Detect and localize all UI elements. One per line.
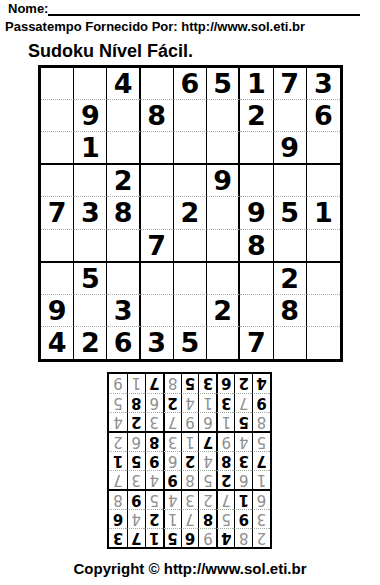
solution-cell-r3c7: 5 xyxy=(145,489,163,509)
puzzle-cell-r4c7 xyxy=(240,165,273,197)
solution-cell-r5c2: 3 xyxy=(234,451,252,470)
puzzle-cell-r1c6: 5 xyxy=(207,68,240,100)
puzzle-cell-r2c2: 9 xyxy=(74,100,107,132)
puzzle-cell-r9c9 xyxy=(307,327,340,359)
solution-cell-r9c1: 4 xyxy=(252,374,270,393)
solution-cell-r1c6: 5 xyxy=(163,528,181,547)
solution-cell-r6c1: 5 xyxy=(252,431,270,451)
puzzle-grid: 46517398261929738295178529328426357 xyxy=(38,65,343,362)
puzzle-cell-r3c2: 1 xyxy=(74,132,107,165)
name-write-line xyxy=(48,1,360,16)
puzzle-cell-r2c4: 8 xyxy=(141,100,174,132)
puzzle-cell-r2c3 xyxy=(107,100,140,132)
solution-cell-r1c4: 9 xyxy=(198,528,216,547)
page-title: Sudoku Nível Fácil. xyxy=(28,41,193,62)
puzzle-cell-r8c2 xyxy=(74,295,107,327)
solution-cell-r4c3: 2 xyxy=(216,470,234,489)
puzzle-cell-r5c3: 8 xyxy=(107,197,140,229)
puzzle-cell-r5c2: 3 xyxy=(74,197,107,229)
solution-cell-r1c2: 8 xyxy=(234,528,252,547)
puzzle-cell-r4c9 xyxy=(307,165,340,197)
solution-cell-r3c2: 1 xyxy=(234,489,252,509)
puzzle-cell-r4c2 xyxy=(74,165,107,197)
solution-cell-r8c8: 8 xyxy=(127,393,145,412)
solution-cell-r8c3: 3 xyxy=(216,393,234,412)
puzzle-cell-r1c8: 7 xyxy=(274,68,307,100)
solution-cell-r1c8: 7 xyxy=(127,528,145,547)
solution-cell-r5c6: 6 xyxy=(163,451,181,470)
copyright-footer: Copyright © http://www.sol.eti.br xyxy=(0,560,380,577)
solution-cell-r3c3: 7 xyxy=(216,489,234,509)
puzzle-cell-r5c1: 7 xyxy=(41,197,74,229)
puzzle-cell-r8c4 xyxy=(141,295,174,327)
solution-cell-r9c8: 1 xyxy=(127,374,145,393)
puzzle-cell-r7c6 xyxy=(207,263,240,295)
puzzle-cell-r9c7: 7 xyxy=(240,327,273,359)
solution-cell-r6c9: 2 xyxy=(109,431,127,451)
puzzle-cell-r3c1 xyxy=(41,132,74,165)
solution-cell-r7c8: 2 xyxy=(127,412,145,431)
solution-cell-r6c8: 6 xyxy=(127,431,145,451)
solution-cell-r9c7: 7 xyxy=(145,374,163,393)
puzzle-cell-r8c6: 2 xyxy=(207,295,240,327)
puzzle-cell-r1c9: 3 xyxy=(307,68,340,100)
solution-cell-r8c4: 1 xyxy=(198,393,216,412)
puzzle-cell-r3c7 xyxy=(240,132,273,165)
puzzle-cell-r9c4: 3 xyxy=(141,327,174,359)
solution-cell-r9c6: 8 xyxy=(163,374,181,393)
solution-cell-r2c1: 3 xyxy=(252,509,270,528)
puzzle-cell-r4c1 xyxy=(41,165,74,197)
solution-cell-r4c4: 5 xyxy=(198,470,216,489)
puzzle-cell-r3c6 xyxy=(207,132,240,165)
solution-cell-r3c9: 8 xyxy=(109,489,127,509)
puzzle-cell-r9c2: 2 xyxy=(74,327,107,359)
solution-cell-r6c5: 1 xyxy=(181,431,199,451)
solution-cell-r8c9: 5 xyxy=(109,393,127,412)
puzzle-cell-r3c4 xyxy=(141,132,174,165)
solution-cell-r2c7: 2 xyxy=(145,509,163,528)
puzzle-cell-r1c3: 4 xyxy=(107,68,140,100)
puzzle-cell-r3c9 xyxy=(307,132,340,165)
solution-cell-r7c1: 8 xyxy=(252,412,270,431)
puzzle-cell-r3c3 xyxy=(107,132,140,165)
puzzle-cell-r6c8 xyxy=(274,230,307,263)
puzzle-cell-r1c2 xyxy=(74,68,107,100)
solution-cell-r4c2: 6 xyxy=(234,470,252,489)
solution-cell-r6c6: 3 xyxy=(163,431,181,451)
solution-cell-r2c3: 5 xyxy=(216,509,234,528)
solution-cell-r8c7: 6 xyxy=(145,393,163,412)
puzzle-cell-r2c8 xyxy=(274,100,307,132)
puzzle-cell-r4c3: 2 xyxy=(107,165,140,197)
solution-cell-r5c5: 2 xyxy=(181,451,199,470)
solution-cell-r9c3: 6 xyxy=(216,374,234,393)
puzzle-cell-r1c1 xyxy=(41,68,74,100)
puzzle-cell-r7c7 xyxy=(240,263,273,295)
solution-cell-r1c7: 1 xyxy=(145,528,163,547)
solution-cell-r3c8: 9 xyxy=(127,489,145,509)
solution-cell-r6c4: 7 xyxy=(198,431,216,451)
solution-cell-r6c2: 4 xyxy=(234,431,252,451)
solution-cell-r7c4: 6 xyxy=(198,412,216,431)
puzzle-cell-r1c4 xyxy=(141,68,174,100)
provider-line: Passatempo Fornecido Por: http://www.sol… xyxy=(5,19,305,34)
solution-cell-r9c5: 5 xyxy=(181,374,199,393)
puzzle-cell-r6c7: 8 xyxy=(240,230,273,263)
solution-cell-r6c7: 8 xyxy=(145,431,163,451)
puzzle-cell-r4c6: 9 xyxy=(207,165,240,197)
puzzle-cell-r5c6 xyxy=(207,197,240,229)
puzzle-cell-r9c3: 6 xyxy=(107,327,140,359)
solution-grid-rotated-180: 2849651733958712466172345981625894377384… xyxy=(107,372,272,549)
solution-cell-r2c9: 6 xyxy=(109,509,127,528)
puzzle-cell-r9c8 xyxy=(274,327,307,359)
puzzle-cell-r8c1: 9 xyxy=(41,295,74,327)
puzzle-cell-r5c7: 9 xyxy=(240,197,273,229)
puzzle-cell-r3c8: 9 xyxy=(274,132,307,165)
puzzle-cell-r6c1 xyxy=(41,230,74,263)
puzzle-cell-r6c2 xyxy=(74,230,107,263)
solution-cell-r5c7: 9 xyxy=(145,451,163,470)
puzzle-cell-r7c3 xyxy=(107,263,140,295)
solution-cell-r2c8: 4 xyxy=(127,509,145,528)
solution-cell-r7c3: 1 xyxy=(216,412,234,431)
solution-cell-r4c8: 3 xyxy=(127,470,145,489)
puzzle-cell-r1c5: 6 xyxy=(174,68,207,100)
puzzle-cell-r8c7 xyxy=(240,295,273,327)
puzzle-cell-r2c9: 6 xyxy=(307,100,340,132)
solution-cell-r9c4: 3 xyxy=(198,374,216,393)
puzzle-cell-r7c2: 5 xyxy=(74,263,107,295)
solution-cell-r4c1: 1 xyxy=(252,470,270,489)
puzzle-cell-r5c4 xyxy=(141,197,174,229)
solution-cell-r3c5: 3 xyxy=(181,489,199,509)
solution-cell-r4c6: 9 xyxy=(163,470,181,489)
solution-cell-r4c7: 4 xyxy=(145,470,163,489)
puzzle-cell-r4c4 xyxy=(141,165,174,197)
solution-cell-r2c2: 9 xyxy=(234,509,252,528)
puzzle-cell-r8c8: 8 xyxy=(274,295,307,327)
solution-cell-r3c4: 2 xyxy=(198,489,216,509)
solution-cell-r9c2: 2 xyxy=(234,374,252,393)
solution-cell-r2c6: 1 xyxy=(163,509,181,528)
solution-cell-r1c9: 3 xyxy=(109,528,127,547)
puzzle-cell-r6c4: 7 xyxy=(141,230,174,263)
solution-cell-r3c1: 6 xyxy=(252,489,270,509)
puzzle-cell-r6c5 xyxy=(174,230,207,263)
solution-cell-r5c4: 4 xyxy=(198,451,216,470)
solution-cell-r9c9: 9 xyxy=(109,374,127,393)
solution-cell-r1c5: 6 xyxy=(181,528,199,547)
solution-cell-r8c1: 9 xyxy=(252,393,270,412)
solution-cell-r2c5: 7 xyxy=(181,509,199,528)
puzzle-cell-r6c9 xyxy=(307,230,340,263)
solution-cell-r5c3: 8 xyxy=(216,451,234,470)
puzzle-cell-r1c7: 1 xyxy=(240,68,273,100)
puzzle-cell-r8c3: 3 xyxy=(107,295,140,327)
puzzle-cell-r9c5: 5 xyxy=(174,327,207,359)
solution-cell-r1c1: 2 xyxy=(252,528,270,547)
solution-cell-r5c8: 5 xyxy=(127,451,145,470)
puzzle-cell-r5c8: 5 xyxy=(274,197,307,229)
solution-cell-r3c6: 4 xyxy=(163,489,181,509)
puzzle-cell-r9c1: 4 xyxy=(41,327,74,359)
sudoku-worksheet-page: Nome: Passatempo Fornecido Por: http://w… xyxy=(0,0,380,585)
puzzle-cell-r7c8: 2 xyxy=(274,263,307,295)
puzzle-cell-r9c6 xyxy=(207,327,240,359)
solution-cell-r7c9: 4 xyxy=(109,412,127,431)
solution-cell-r7c7: 3 xyxy=(145,412,163,431)
puzzle-cell-r8c9 xyxy=(307,295,340,327)
solution-cell-r7c5: 9 xyxy=(181,412,199,431)
puzzle-cell-r2c6 xyxy=(207,100,240,132)
puzzle-cell-r6c3 xyxy=(107,230,140,263)
puzzle-cell-r5c9: 1 xyxy=(307,197,340,229)
puzzle-cell-r4c8 xyxy=(274,165,307,197)
solution-cell-r4c5: 8 xyxy=(181,470,199,489)
puzzle-cell-r7c4 xyxy=(141,263,174,295)
puzzle-cell-r3c5 xyxy=(174,132,207,165)
solution-cell-r8c6: 2 xyxy=(163,393,181,412)
puzzle-cell-r4c5 xyxy=(174,165,207,197)
puzzle-cell-r2c1 xyxy=(41,100,74,132)
solution-cell-r8c5: 4 xyxy=(181,393,199,412)
solution-cell-r5c9: 1 xyxy=(109,451,127,470)
puzzle-cell-r5c5: 2 xyxy=(174,197,207,229)
puzzle-cell-r6c6 xyxy=(207,230,240,263)
name-row: Nome: xyxy=(8,1,360,16)
puzzle-cell-r2c7: 2 xyxy=(240,100,273,132)
solution-cell-r4c9: 7 xyxy=(109,470,127,489)
solution-cell-r7c2: 5 xyxy=(234,412,252,431)
puzzle-cell-r7c5 xyxy=(174,263,207,295)
solution-cell-r2c4: 8 xyxy=(198,509,216,528)
puzzle-cell-r8c5 xyxy=(174,295,207,327)
solution-cell-r5c1: 7 xyxy=(252,451,270,470)
solution-cell-r6c3: 9 xyxy=(216,431,234,451)
solution-cell-r8c2: 7 xyxy=(234,393,252,412)
solution-cell-r7c6: 7 xyxy=(163,412,181,431)
puzzle-cell-r2c5 xyxy=(174,100,207,132)
name-label: Nome: xyxy=(8,1,48,16)
solution-cell-r1c3: 4 xyxy=(216,528,234,547)
puzzle-cell-r7c1 xyxy=(41,263,74,295)
puzzle-cell-r7c9 xyxy=(307,263,340,295)
